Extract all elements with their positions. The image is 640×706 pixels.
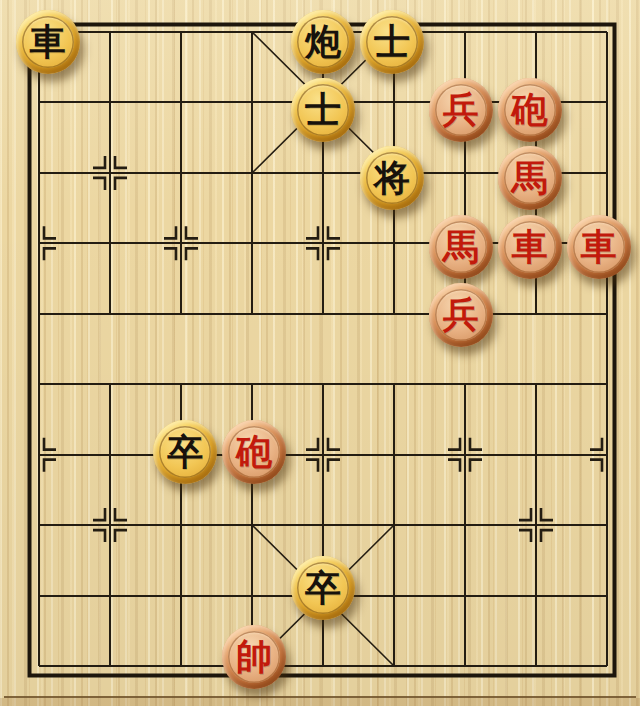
piece-black-cannon[interactable]: 炮 — [291, 10, 355, 74]
piece-red-soldier[interactable]: 兵 — [429, 78, 493, 142]
piece-face: 兵 — [435, 289, 487, 341]
piece-face: 卒 — [159, 426, 211, 478]
piece-red-cannon[interactable]: 砲 — [222, 420, 286, 484]
piece-glyph: 帥 — [236, 639, 272, 675]
piece-face: 士 — [366, 16, 418, 68]
piece-black-chariot[interactable]: 車 — [16, 10, 80, 74]
piece-glyph: 車 — [512, 229, 548, 265]
piece-red-chariot[interactable]: 車 — [567, 215, 631, 279]
xiangqi-board: 車炮士士兵砲将馬馬車車兵卒砲卒帥 — [0, 0, 640, 706]
piece-face: 炮 — [297, 16, 349, 68]
piece-black-general[interactable]: 将 — [360, 146, 424, 210]
piece-glyph: 炮 — [305, 24, 341, 60]
piece-black-advisor[interactable]: 士 — [291, 78, 355, 142]
piece-glyph: 馬 — [512, 160, 548, 196]
piece-glyph: 車 — [30, 24, 66, 60]
piece-face: 兵 — [435, 84, 487, 136]
piece-glyph: 砲 — [512, 92, 548, 128]
piece-face: 車 — [22, 16, 74, 68]
piece-red-general[interactable]: 帥 — [222, 625, 286, 689]
piece-face: 砲 — [228, 426, 280, 478]
piece-red-soldier[interactable]: 兵 — [429, 283, 493, 347]
piece-face: 将 — [366, 152, 418, 204]
piece-glyph: 砲 — [236, 434, 272, 470]
piece-glyph: 車 — [581, 229, 617, 265]
piece-black-soldier[interactable]: 卒 — [291, 556, 355, 620]
piece-glyph: 将 — [374, 160, 410, 196]
piece-glyph: 卒 — [167, 434, 203, 470]
piece-red-cannon[interactable]: 砲 — [498, 78, 562, 142]
piece-glyph: 士 — [374, 24, 410, 60]
piece-face: 砲 — [504, 84, 556, 136]
piece-face: 帥 — [228, 631, 280, 683]
piece-black-advisor[interactable]: 士 — [360, 10, 424, 74]
piece-face: 車 — [573, 221, 625, 273]
pieces-layer: 車炮士士兵砲将馬馬車車兵卒砲卒帥 — [0, 0, 640, 706]
piece-face: 車 — [504, 221, 556, 273]
piece-red-horse[interactable]: 馬 — [498, 146, 562, 210]
piece-black-soldier[interactable]: 卒 — [153, 420, 217, 484]
piece-face: 馬 — [504, 152, 556, 204]
piece-glyph: 兵 — [443, 297, 479, 333]
piece-glyph: 士 — [305, 92, 341, 128]
piece-glyph: 卒 — [305, 570, 341, 606]
piece-glyph: 兵 — [443, 92, 479, 128]
piece-red-chariot[interactable]: 車 — [498, 215, 562, 279]
piece-red-horse[interactable]: 馬 — [429, 215, 493, 279]
piece-face: 士 — [297, 84, 349, 136]
piece-face: 馬 — [435, 221, 487, 273]
piece-face: 卒 — [297, 562, 349, 614]
piece-glyph: 馬 — [443, 229, 479, 265]
